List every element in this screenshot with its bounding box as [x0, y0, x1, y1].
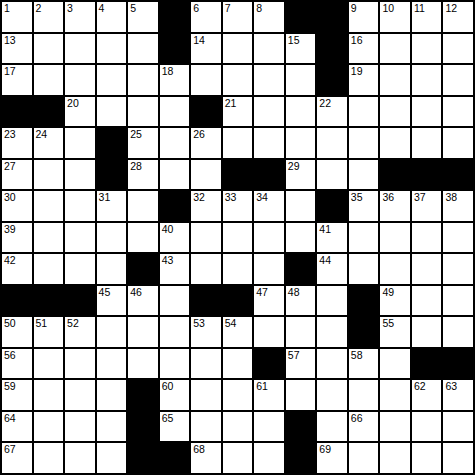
cell-r14c11[interactable]: [317, 412, 347, 442]
block-r13c5: [128, 380, 158, 410]
clue-number: 51: [36, 317, 48, 330]
clue-number: 69: [319, 443, 331, 456]
cell-r8c11[interactable]: 41: [317, 223, 347, 253]
block-r10c8: [223, 286, 253, 316]
clue-number: 42: [4, 254, 16, 267]
cell-r8c12[interactable]: [349, 223, 379, 253]
cell-r1c1[interactable]: 1: [2, 2, 32, 32]
cell-r9c4[interactable]: [97, 254, 127, 284]
clue-number: 31: [99, 191, 111, 204]
cell-r3c15[interactable]: [443, 65, 473, 95]
clue-number: 64: [4, 412, 16, 425]
clue-number: 33: [225, 191, 237, 204]
cell-r14c12[interactable]: 66: [349, 412, 379, 442]
cell-r13c1[interactable]: 59: [2, 380, 32, 410]
clue-number: 29: [288, 160, 300, 173]
block-r7c6: [160, 191, 190, 221]
cell-r14c7[interactable]: [191, 412, 221, 442]
cell-r1c3[interactable]: 3: [65, 2, 95, 32]
cell-r5c9[interactable]: [254, 128, 284, 158]
block-r4c1: [2, 97, 32, 127]
cell-r2c2[interactable]: [34, 34, 64, 64]
cell-r4c14[interactable]: [412, 97, 442, 127]
cell-r3c14[interactable]: [412, 65, 442, 95]
cell-r8c8[interactable]: [223, 223, 253, 253]
cell-r3c10[interactable]: [286, 65, 316, 95]
cell-r11c15[interactable]: [443, 317, 473, 347]
clue-number: 6: [193, 2, 199, 15]
clue-number: 53: [193, 317, 205, 330]
cell-r11c13[interactable]: 55: [380, 317, 410, 347]
cell-r6c12[interactable]: [349, 160, 379, 190]
cell-r7c15[interactable]: 38: [443, 191, 473, 221]
cell-r10c5[interactable]: 46: [128, 286, 158, 316]
cell-r9c6[interactable]: 43: [160, 254, 190, 284]
cell-r11c11[interactable]: [317, 317, 347, 347]
cell-r11c14[interactable]: [412, 317, 442, 347]
cell-r11c3[interactable]: 52: [65, 317, 95, 347]
clue-number: 58: [351, 349, 363, 362]
cell-r4c11[interactable]: 22: [317, 97, 347, 127]
cell-r13c11[interactable]: [317, 380, 347, 410]
clue-number: 22: [319, 97, 331, 110]
cell-r9c15[interactable]: [443, 254, 473, 284]
cell-r12c1[interactable]: 56: [2, 349, 32, 379]
cell-r2c7[interactable]: 14: [191, 34, 221, 64]
clue-number: 59: [4, 380, 16, 393]
cell-r11c9[interactable]: [254, 317, 284, 347]
cell-r5c15[interactable]: [443, 128, 473, 158]
cell-r15c12[interactable]: [349, 443, 379, 473]
cell-r10c9[interactable]: 47: [254, 286, 284, 316]
cell-r8c4[interactable]: [97, 223, 127, 253]
block-r2c11: [317, 34, 347, 64]
clue-number: 2: [36, 2, 42, 15]
cell-r2c14[interactable]: [412, 34, 442, 64]
clue-number: 60: [162, 380, 174, 393]
cell-r13c7[interactable]: [191, 380, 221, 410]
cell-r4c4[interactable]: [97, 97, 127, 127]
clue-number: 40: [162, 223, 174, 236]
cell-r14c13[interactable]: [380, 412, 410, 442]
cell-r3c13[interactable]: [380, 65, 410, 95]
clue-number: 61: [256, 380, 268, 393]
clue-number: 41: [319, 223, 331, 236]
clue-number: 48: [288, 286, 300, 299]
cell-r13c9[interactable]: 61: [254, 380, 284, 410]
cell-r3c4[interactable]: [97, 65, 127, 95]
cell-r6c1[interactable]: 27: [2, 160, 32, 190]
cell-r7c1[interactable]: 30: [2, 191, 32, 221]
cell-r9c14[interactable]: [412, 254, 442, 284]
cell-r13c10[interactable]: [286, 380, 316, 410]
clue-number: 19: [351, 65, 363, 78]
clue-number: 20: [67, 97, 79, 110]
cell-r5c6[interactable]: [160, 128, 190, 158]
cell-r1c15[interactable]: 12: [443, 2, 473, 32]
clue-number: 35: [351, 191, 363, 204]
cell-r5c11[interactable]: [317, 128, 347, 158]
cell-r5c14[interactable]: [412, 128, 442, 158]
cell-r3c2[interactable]: [34, 65, 64, 95]
cell-r15c13[interactable]: [380, 443, 410, 473]
cell-r7c9[interactable]: 34: [254, 191, 284, 221]
clue-number: 17: [4, 65, 16, 78]
cell-r12c7[interactable]: [191, 349, 221, 379]
clue-number: 3: [67, 2, 73, 15]
clue-number: 38: [445, 191, 457, 204]
cell-r10c4[interactable]: 45: [97, 286, 127, 316]
crossword-board: 1234567891011121314151617181920212223242…: [0, 0, 475, 475]
cell-r15c4[interactable]: [97, 443, 127, 473]
cell-r2c1[interactable]: 13: [2, 34, 32, 64]
cell-r7c2[interactable]: [34, 191, 64, 221]
cell-r3c8[interactable]: [223, 65, 253, 95]
clue-number: 52: [67, 317, 79, 330]
cell-r9c9[interactable]: [254, 254, 284, 284]
clue-number: 5: [130, 2, 136, 15]
cell-r14c1[interactable]: 64: [2, 412, 32, 442]
cell-r6c2[interactable]: [34, 160, 64, 190]
block-r6c4: [97, 160, 127, 190]
cell-r2c9[interactable]: [254, 34, 284, 64]
cell-r11c6[interactable]: [160, 317, 190, 347]
block-r3c11: [317, 65, 347, 95]
clue-number: 49: [382, 286, 394, 299]
cell-r7c12[interactable]: 35: [349, 191, 379, 221]
cell-r14c6[interactable]: 65: [160, 412, 190, 442]
cell-r8c6[interactable]: 40: [160, 223, 190, 253]
cell-r14c3[interactable]: [65, 412, 95, 442]
cell-r8c10[interactable]: [286, 223, 316, 253]
clue-number: 47: [256, 286, 268, 299]
cell-r6c7[interactable]: [191, 160, 221, 190]
cell-r3c9[interactable]: [254, 65, 284, 95]
cell-r1c2[interactable]: 2: [34, 2, 64, 32]
cell-r15c3[interactable]: [65, 443, 95, 473]
clue-number: 34: [256, 191, 268, 204]
cell-r5c12[interactable]: [349, 128, 379, 158]
cell-r12c2[interactable]: [34, 349, 64, 379]
cell-r8c13[interactable]: [380, 223, 410, 253]
cell-r14c9[interactable]: [254, 412, 284, 442]
cell-r5c2[interactable]: 24: [34, 128, 64, 158]
cell-r4c13[interactable]: [380, 97, 410, 127]
cell-r15c2[interactable]: [34, 443, 64, 473]
cell-r3c3[interactable]: [65, 65, 95, 95]
clue-number: 68: [193, 443, 205, 456]
cell-r2c5[interactable]: [128, 34, 158, 64]
cell-r7c7[interactable]: 32: [191, 191, 221, 221]
block-r9c10: [286, 254, 316, 284]
clue-number: 15: [288, 34, 300, 47]
cell-r11c8[interactable]: 54: [223, 317, 253, 347]
clue-number: 65: [162, 412, 174, 425]
clue-number: 1: [4, 2, 10, 15]
cell-r13c12[interactable]: [349, 380, 379, 410]
cell-r12c13[interactable]: [380, 349, 410, 379]
clue-number: 18: [162, 65, 174, 78]
cell-r4c8[interactable]: 21: [223, 97, 253, 127]
cell-r15c1[interactable]: 67: [2, 443, 32, 473]
clue-number: 13: [4, 34, 16, 47]
clue-number: 50: [4, 317, 16, 330]
cell-r3c7[interactable]: [191, 65, 221, 95]
block-r1c6: [160, 2, 190, 32]
cell-r9c13[interactable]: [380, 254, 410, 284]
cell-r2c15[interactable]: [443, 34, 473, 64]
cell-r10c15[interactable]: [443, 286, 473, 316]
clue-number: 21: [225, 97, 237, 110]
clue-number: 26: [193, 128, 205, 141]
clue-number: 7: [225, 2, 231, 15]
cell-r5c5[interactable]: 25: [128, 128, 158, 158]
clue-number: 24: [36, 128, 48, 141]
cell-r6c11[interactable]: [317, 160, 347, 190]
cell-r7c8[interactable]: 33: [223, 191, 253, 221]
cell-r2c10[interactable]: 15: [286, 34, 316, 64]
cell-r7c5[interactable]: [128, 191, 158, 221]
cell-r4c6[interactable]: [160, 97, 190, 127]
cell-r12c6[interactable]: [160, 349, 190, 379]
cell-r4c15[interactable]: [443, 97, 473, 127]
cell-r7c4[interactable]: 31: [97, 191, 127, 221]
cell-r10c10[interactable]: 48: [286, 286, 316, 316]
clue-number: 25: [130, 128, 142, 141]
cell-r5c3[interactable]: [65, 128, 95, 158]
block-r6c8: [223, 160, 253, 190]
block-r10c12: [349, 286, 379, 316]
clue-number: 12: [445, 2, 457, 15]
cell-r11c7[interactable]: 53: [191, 317, 221, 347]
block-r11c12: [349, 317, 379, 347]
cell-r6c6[interactable]: [160, 160, 190, 190]
clue-number: 23: [4, 128, 16, 141]
cell-r2c4[interactable]: [97, 34, 127, 64]
block-r10c7: [191, 286, 221, 316]
cell-r13c2[interactable]: [34, 380, 64, 410]
cell-r14c15[interactable]: [443, 412, 473, 442]
cell-r1c14[interactable]: 11: [412, 2, 442, 32]
cell-r14c8[interactable]: [223, 412, 253, 442]
cell-r7c3[interactable]: [65, 191, 95, 221]
block-r10c1: [2, 286, 32, 316]
cell-r3c1[interactable]: 17: [2, 65, 32, 95]
clue-number: 37: [414, 191, 426, 204]
cell-r9c8[interactable]: [223, 254, 253, 284]
cell-r15c7[interactable]: 68: [191, 443, 221, 473]
clue-number: 57: [288, 349, 300, 362]
cell-r1c4[interactable]: 4: [97, 2, 127, 32]
cell-r13c3[interactable]: [65, 380, 95, 410]
clue-number: 36: [382, 191, 394, 204]
block-r12c9: [254, 349, 284, 379]
clue-number: 30: [4, 191, 16, 204]
block-r6c13: [380, 160, 410, 190]
cell-r3c12[interactable]: 19: [349, 65, 379, 95]
cell-r4c12[interactable]: [349, 97, 379, 127]
cell-r3c6[interactable]: 18: [160, 65, 190, 95]
cell-r13c14[interactable]: 62: [412, 380, 442, 410]
cell-r12c4[interactable]: [97, 349, 127, 379]
cell-r12c3[interactable]: [65, 349, 95, 379]
cell-r8c5[interactable]: [128, 223, 158, 253]
cell-r12c8[interactable]: [223, 349, 253, 379]
block-r2c6: [160, 34, 190, 64]
cell-r9c12[interactable]: [349, 254, 379, 284]
cell-r5c10[interactable]: [286, 128, 316, 158]
cell-r4c10[interactable]: [286, 97, 316, 127]
clue-number: 56: [4, 349, 16, 362]
cell-r13c8[interactable]: [223, 380, 253, 410]
block-r12c14: [412, 349, 442, 379]
cell-r1c9[interactable]: 8: [254, 2, 284, 32]
cell-r5c8[interactable]: [223, 128, 253, 158]
block-r1c10: [286, 2, 316, 32]
cell-r1c12[interactable]: 9: [349, 2, 379, 32]
cell-r15c11[interactable]: 69: [317, 443, 347, 473]
clue-number: 43: [162, 254, 174, 267]
cell-r6c5[interactable]: 28: [128, 160, 158, 190]
clue-number: 10: [382, 2, 394, 15]
clue-number: 63: [445, 380, 457, 393]
cell-r11c1[interactable]: 50: [2, 317, 32, 347]
clue-number: 28: [130, 160, 142, 173]
cell-r8c14[interactable]: [412, 223, 442, 253]
clue-number: 55: [382, 317, 394, 330]
cell-r6c10[interactable]: 29: [286, 160, 316, 190]
cell-r7c10[interactable]: [286, 191, 316, 221]
cell-r15c14[interactable]: [412, 443, 442, 473]
block-r14c10: [286, 412, 316, 442]
block-r15c5: [128, 443, 158, 473]
cell-r12c10[interactable]: 57: [286, 349, 316, 379]
cell-r8c7[interactable]: [191, 223, 221, 253]
block-r6c15: [443, 160, 473, 190]
cell-r1c7[interactable]: 6: [191, 2, 221, 32]
cell-r15c15[interactable]: [443, 443, 473, 473]
clue-number: 16: [351, 34, 363, 47]
block-r6c9: [254, 160, 284, 190]
cell-r10c6[interactable]: [160, 286, 190, 316]
clue-number: 46: [130, 286, 142, 299]
cell-r9c11[interactable]: 44: [317, 254, 347, 284]
cell-r12c11[interactable]: [317, 349, 347, 379]
cell-r14c4[interactable]: [97, 412, 127, 442]
clue-number: 4: [99, 2, 105, 15]
cell-r13c13[interactable]: [380, 380, 410, 410]
clue-number: 39: [4, 223, 16, 236]
clue-number: 67: [4, 443, 16, 456]
cell-r2c13[interactable]: [380, 34, 410, 64]
cell-r9c7[interactable]: [191, 254, 221, 284]
cell-r3c5[interactable]: [128, 65, 158, 95]
block-r10c3: [65, 286, 95, 316]
clue-number: 66: [351, 412, 363, 425]
clue-number: 62: [414, 380, 426, 393]
clue-number: 44: [319, 254, 331, 267]
cell-r2c3[interactable]: [65, 34, 95, 64]
cell-r9c1[interactable]: 42: [2, 254, 32, 284]
cell-r13c6[interactable]: 60: [160, 380, 190, 410]
cell-r15c8[interactable]: [223, 443, 253, 473]
cell-r4c9[interactable]: [254, 97, 284, 127]
block-r4c7: [191, 97, 221, 127]
clue-number: 14: [193, 34, 205, 47]
cell-r10c13[interactable]: 49: [380, 286, 410, 316]
cell-r7c14[interactable]: 37: [412, 191, 442, 221]
clue-number: 27: [4, 160, 16, 173]
cell-r11c2[interactable]: 51: [34, 317, 64, 347]
cell-r10c14[interactable]: [412, 286, 442, 316]
cell-r8c3[interactable]: [65, 223, 95, 253]
cell-r5c13[interactable]: [380, 128, 410, 158]
cell-r1c8[interactable]: 7: [223, 2, 253, 32]
block-r15c10: [286, 443, 316, 473]
block-r4c2: [34, 97, 64, 127]
block-r10c2: [34, 286, 64, 316]
clue-number: 32: [193, 191, 205, 204]
cell-r1c13[interactable]: 10: [380, 2, 410, 32]
clue-number: 54: [225, 317, 237, 330]
cell-r15c9[interactable]: [254, 443, 284, 473]
cell-r11c10[interactable]: [286, 317, 316, 347]
cell-r13c4[interactable]: [97, 380, 127, 410]
cell-r8c1[interactable]: 39: [2, 223, 32, 253]
cell-r5c1[interactable]: 23: [2, 128, 32, 158]
cell-r13c15[interactable]: 63: [443, 380, 473, 410]
clue-number: 8: [256, 2, 262, 15]
cell-r8c9[interactable]: [254, 223, 284, 253]
block-r15c6: [160, 443, 190, 473]
cell-r11c5[interactable]: [128, 317, 158, 347]
cell-r1c5[interactable]: 5: [128, 2, 158, 32]
cell-r9c2[interactable]: [34, 254, 64, 284]
cell-r8c2[interactable]: [34, 223, 64, 253]
cell-r8c15[interactable]: [443, 223, 473, 253]
clue-number: 11: [414, 2, 425, 15]
block-r6c14: [412, 160, 442, 190]
block-r14c5: [128, 412, 158, 442]
cell-r11c4[interactable]: [97, 317, 127, 347]
cell-r14c2[interactable]: [34, 412, 64, 442]
block-r7c11: [317, 191, 347, 221]
block-r5c4: [97, 128, 127, 158]
cell-r7c13[interactable]: 36: [380, 191, 410, 221]
cell-r2c8[interactable]: [223, 34, 253, 64]
cell-r4c5[interactable]: [128, 97, 158, 127]
cell-r6c3[interactable]: [65, 160, 95, 190]
block-r1c11: [317, 2, 347, 32]
cell-r9c3[interactable]: [65, 254, 95, 284]
cell-r12c12[interactable]: 58: [349, 349, 379, 379]
cell-r14c14[interactable]: [412, 412, 442, 442]
cell-r4c3[interactable]: 20: [65, 97, 95, 127]
block-r12c15: [443, 349, 473, 379]
block-r9c5: [128, 254, 158, 284]
cell-r10c11[interactable]: [317, 286, 347, 316]
cell-r5c7[interactable]: 26: [191, 128, 221, 158]
clue-number: 45: [99, 286, 111, 299]
clue-number: 9: [351, 2, 357, 15]
cell-r12c5[interactable]: [128, 349, 158, 379]
cell-r2c12[interactable]: 16: [349, 34, 379, 64]
